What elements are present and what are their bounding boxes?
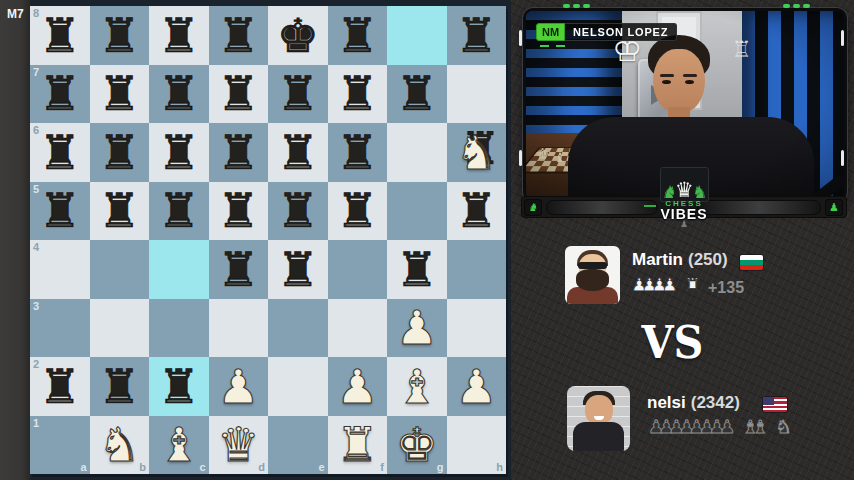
captured-pieces-nelsi: ♟♟♟♟♟♟♟♟♝♝♞: [648, 418, 792, 436]
green-dash: [783, 4, 790, 8]
white-queen[interactable]: ♛: [217, 421, 259, 468]
rank-label-6: 6: [33, 124, 39, 136]
captured-black-bishop: ♝: [752, 418, 768, 436]
square-b3[interactable]: [90, 299, 150, 358]
white-pawn[interactable]: ♟: [396, 304, 438, 351]
square-d1[interactable]: d♛: [209, 416, 269, 475]
player-name-bottom: nelsi(2342): [647, 393, 740, 413]
file-label-f: f: [380, 461, 384, 473]
square-e4[interactable]: ♜: [268, 240, 328, 299]
square-f2[interactable]: ♟: [328, 357, 388, 416]
white-pawn[interactable]: ♟: [217, 363, 259, 410]
square-f6[interactable]: ♜: [328, 123, 388, 182]
white-bishop[interactable]: ♝: [396, 363, 438, 410]
chess-board[interactable]: 8♜♜♜♜♚♜♜7♜♜♜♜♜♜♜6♜♜♜♜♜♜♜♞5♜♜♜♜♜♜♜4♜♜♜3♟2…: [30, 6, 506, 474]
beard: [576, 269, 609, 291]
left-strip: M7: [0, 0, 32, 480]
rank-label-7: 7: [33, 66, 39, 78]
black-rook[interactable]: ♜: [217, 70, 259, 117]
square-c3[interactable]: [149, 299, 209, 358]
square-f4[interactable]: [328, 240, 388, 299]
file-label-g: g: [437, 461, 444, 473]
white-dash: [841, 30, 844, 46]
square-b6[interactable]: ♜: [90, 123, 150, 182]
captured-pieces-martin: ♟♟♟♟♜: [631, 276, 701, 294]
square-f7[interactable]: ♜: [328, 65, 388, 124]
player-rating-bottom: (2342): [691, 393, 740, 412]
square-c4[interactable]: [149, 240, 209, 299]
black-rook[interactable]: ♜: [98, 363, 140, 410]
square-c6[interactable]: ♜: [149, 123, 209, 182]
black-rook[interactable]: ♜: [396, 246, 438, 293]
square-g7[interactable]: ♜: [387, 65, 447, 124]
black-rook[interactable]: ♜: [158, 12, 200, 59]
square-a2[interactable]: 2♜: [30, 357, 90, 416]
square-d8[interactable]: ♜: [209, 6, 269, 65]
white-knight[interactable]: ♞: [98, 421, 140, 468]
square-g8[interactable]: [387, 6, 447, 65]
green-dash: [803, 4, 810, 8]
captured-black-pawn: ♟: [719, 418, 735, 436]
black-rook[interactable]: ♜: [217, 246, 259, 293]
square-h2[interactable]: ♟: [447, 357, 507, 416]
black-rook[interactable]: ♜: [217, 187, 259, 234]
square-e2[interactable]: [268, 357, 328, 416]
square-h7[interactable]: [447, 65, 507, 124]
square-b2[interactable]: ♜: [90, 357, 150, 416]
black-rook[interactable]: ♜: [277, 187, 319, 234]
square-g3[interactable]: ♟: [387, 299, 447, 358]
square-e6[interactable]: ♜: [268, 123, 328, 182]
white-rook[interactable]: ♜: [336, 421, 378, 468]
white-dash: [519, 150, 522, 166]
square-e5[interactable]: ♜: [268, 182, 328, 241]
square-b8[interactable]: ♜: [90, 6, 150, 65]
square-f1[interactable]: f♜: [328, 416, 388, 475]
rank-label-2: 2: [33, 358, 39, 370]
file-label-e: e: [318, 461, 324, 473]
square-b7[interactable]: ♜: [90, 65, 150, 124]
black-rook[interactable]: ♜: [336, 129, 378, 176]
square-a5[interactable]: 5♜: [30, 182, 90, 241]
file-label-h: h: [496, 461, 503, 473]
name-bar-left: [546, 200, 658, 215]
square-h8[interactable]: ♜: [447, 6, 507, 65]
black-rook[interactable]: ♜: [396, 70, 438, 117]
square-f3[interactable]: [328, 299, 388, 358]
green-dash: [563, 4, 570, 8]
material-advantage: +135: [708, 279, 744, 297]
black-rook[interactable]: ♜: [158, 363, 200, 410]
square-f5[interactable]: ♜: [328, 182, 388, 241]
stream-screen: M7 8♜♜♜♜♚♜♜7♜♜♜♜♜♜♜6♜♜♜♜♜♜♜♞5♜♜♜♜♜♜♜4♜♜♜…: [0, 0, 854, 480]
white-knight[interactable]: ♞: [455, 129, 497, 176]
chessvibes-logo: ♞ ♛ ♞: [660, 167, 709, 202]
square-h3[interactable]: [447, 299, 507, 358]
vs-label: VS: [524, 316, 821, 369]
square-a4[interactable]: 4: [30, 240, 90, 299]
captured-black-knight: ♞: [775, 418, 791, 436]
black-rook[interactable]: ♜: [98, 12, 140, 59]
black-rook[interactable]: ♜: [455, 12, 497, 59]
rank-label-4: 4: [33, 241, 39, 253]
streamer-name: NELSON LOPEZ: [565, 23, 677, 41]
square-d3[interactable]: [209, 299, 269, 358]
black-rook[interactable]: ♜: [217, 129, 259, 176]
black-rook[interactable]: ♜: [336, 70, 378, 117]
black-king[interactable]: ♚: [277, 12, 319, 59]
square-a3[interactable]: 3: [30, 299, 90, 358]
badge-accent: [540, 45, 549, 47]
square-e3[interactable]: [268, 299, 328, 358]
square-g4[interactable]: ♜: [387, 240, 447, 299]
badge-accent: [556, 45, 565, 47]
black-rook[interactable]: ♜: [158, 129, 200, 176]
right-panel: ♔ ♖ ♚ ♝ ♟ ♜ ♛ ♟: [511, 0, 854, 480]
green-knight-icon: ♞: [524, 199, 542, 216]
square-c7[interactable]: ♜: [149, 65, 209, 124]
square-c2[interactable]: ♜: [149, 357, 209, 416]
black-rook[interactable]: ♜: [39, 12, 81, 59]
nm-title-badge: NM: [536, 23, 565, 41]
square-e8[interactable]: ♚: [268, 6, 328, 65]
square-d5[interactable]: ♜: [209, 182, 269, 241]
file-label-b: b: [139, 461, 146, 473]
square-a8[interactable]: 8♜: [30, 6, 90, 65]
square-a7[interactable]: 7♜: [30, 65, 90, 124]
black-rook[interactable]: ♜: [277, 246, 319, 293]
square-c8[interactable]: ♜: [149, 6, 209, 65]
square-a1[interactable]: 1a: [30, 416, 90, 475]
white-pawn[interactable]: ♟: [336, 363, 378, 410]
flag-usa-icon: [763, 397, 787, 412]
square-b4[interactable]: [90, 240, 150, 299]
square-h1[interactable]: h: [447, 416, 507, 475]
player-rating-top: (250): [688, 250, 728, 269]
white-dash: [519, 30, 522, 46]
square-d6[interactable]: ♜: [209, 123, 269, 182]
player-name-top: Martin(250): [632, 250, 728, 270]
square-e1[interactable]: e: [268, 416, 328, 475]
rank-label-1: 1: [33, 417, 39, 429]
square-a6[interactable]: 6♜: [30, 123, 90, 182]
streamer-badge: NM NELSON LOPEZ: [536, 23, 677, 41]
black-rook[interactable]: ♜: [39, 129, 81, 176]
square-g2[interactable]: ♝: [387, 357, 447, 416]
green-dash: [573, 4, 580, 8]
square-d4[interactable]: ♜: [209, 240, 269, 299]
white-pawn[interactable]: ♟: [455, 363, 497, 410]
green-dash: [793, 4, 800, 8]
sunglasses: [578, 262, 607, 269]
move-label: M7: [7, 7, 24, 21]
square-d7[interactable]: ♜: [209, 65, 269, 124]
black-rook[interactable]: ♜: [39, 70, 81, 117]
file-label-d: d: [258, 461, 265, 473]
avatar-martin: [565, 246, 620, 304]
square-b1[interactable]: b♞: [90, 416, 150, 475]
square-c1[interactable]: c♝: [149, 416, 209, 475]
square-g5[interactable]: [387, 182, 447, 241]
square-f8[interactable]: ♜: [328, 6, 388, 65]
logo-pawn-icon: ♟: [678, 219, 690, 229]
white-king[interactable]: ♚: [396, 421, 438, 468]
black-rook[interactable]: ♜: [217, 12, 259, 59]
green-pawn-icon: ♟: [825, 199, 843, 216]
black-rook[interactable]: ♜: [158, 187, 200, 234]
black-rook[interactable]: ♜: [98, 187, 140, 234]
square-b5[interactable]: ♜: [90, 182, 150, 241]
file-label-a: a: [80, 461, 86, 473]
black-rook[interactable]: ♜: [158, 70, 200, 117]
rank-label-3: 3: [33, 300, 39, 312]
flag-bulgaria-icon: [740, 255, 763, 270]
black-rook[interactable]: ♜: [455, 187, 497, 234]
green-dash: [583, 4, 590, 8]
square-g1[interactable]: g♚: [387, 416, 447, 475]
white-dash: [841, 150, 844, 166]
square-h6[interactable]: ♜♞: [447, 123, 507, 182]
black-rook[interactable]: ♜: [98, 129, 140, 176]
square-e7[interactable]: ♜: [268, 65, 328, 124]
square-c5[interactable]: ♜: [149, 182, 209, 241]
black-rook[interactable]: ♜: [277, 70, 319, 117]
rank-label-8: 8: [33, 7, 39, 19]
black-rook[interactable]: ♜: [39, 187, 81, 234]
black-rook[interactable]: ♜: [277, 129, 319, 176]
rank-label-5: 5: [33, 183, 39, 195]
black-rook[interactable]: ♜: [39, 363, 81, 410]
captured-white-pawn: ♟: [661, 276, 677, 294]
captured-white-rook: ♜: [685, 276, 701, 294]
black-rook[interactable]: ♜: [336, 187, 378, 234]
square-h5[interactable]: ♜: [447, 182, 507, 241]
avatar-nelsi: [567, 386, 630, 451]
black-rook[interactable]: ♜: [336, 12, 378, 59]
white-bishop[interactable]: ♝: [158, 421, 200, 468]
square-d2[interactable]: ♟: [209, 357, 269, 416]
square-h4[interactable]: [447, 240, 507, 299]
file-label-c: c: [199, 461, 205, 473]
square-g6[interactable]: [387, 123, 447, 182]
black-rook[interactable]: ♜: [98, 70, 140, 117]
